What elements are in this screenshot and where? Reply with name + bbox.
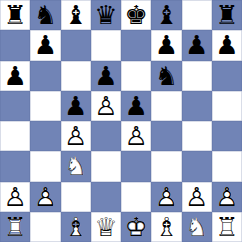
- square-g2[interactable]: ♟♙: [182, 182, 212, 212]
- piece-white-bishop-fill: ♝: [61, 212, 91, 242]
- square-c8[interactable]: ♝: [61, 0, 91, 30]
- square-b2[interactable]: ♟♙: [30, 182, 60, 212]
- square-e1[interactable]: ♚♔: [121, 212, 151, 242]
- square-d7[interactable]: [91, 30, 121, 60]
- square-h6[interactable]: [212, 61, 242, 91]
- square-f3[interactable]: [151, 151, 181, 181]
- piece-white-king: ♔: [121, 212, 151, 242]
- piece-white-rook: ♖: [212, 212, 242, 242]
- square-h4[interactable]: [212, 121, 242, 151]
- square-c1[interactable]: ♝♗: [61, 212, 91, 242]
- square-g5[interactable]: [182, 91, 212, 121]
- piece-white-pawn-fill: ♟: [182, 182, 212, 212]
- square-a1[interactable]: ♜♖: [0, 212, 30, 242]
- square-e2[interactable]: [121, 182, 151, 212]
- piece-white-knight-fill: ♞: [182, 212, 212, 242]
- piece-black-king: ♚: [121, 0, 151, 30]
- piece-white-pawn-fill: ♟: [91, 91, 121, 121]
- piece-black-rook: ♜: [212, 0, 242, 30]
- piece-white-pawn-fill: ♟: [30, 182, 60, 212]
- square-a7[interactable]: [0, 30, 30, 60]
- square-g8[interactable]: [182, 0, 212, 30]
- piece-white-queen-fill: ♛: [91, 212, 121, 242]
- square-d6[interactable]: ♟: [91, 61, 121, 91]
- square-c6[interactable]: [61, 61, 91, 91]
- square-e7[interactable]: [121, 30, 151, 60]
- piece-white-bishop: ♗: [61, 212, 91, 242]
- piece-white-pawn: ♙: [61, 121, 91, 151]
- square-e5[interactable]: ♟: [121, 91, 151, 121]
- piece-black-pawn: ♟: [91, 61, 121, 91]
- piece-black-pawn: ♟: [182, 30, 212, 60]
- piece-black-pawn: ♟: [61, 91, 91, 121]
- square-h8[interactable]: ♜: [212, 0, 242, 30]
- piece-black-pawn: ♟: [151, 30, 181, 60]
- piece-white-rook: ♖: [0, 212, 30, 242]
- square-c2[interactable]: [61, 182, 91, 212]
- piece-white-rook-fill: ♜: [0, 212, 30, 242]
- square-b3[interactable]: [30, 151, 60, 181]
- square-g4[interactable]: [182, 121, 212, 151]
- piece-white-pawn-fill: ♟: [121, 121, 151, 151]
- square-d1[interactable]: ♛♕: [91, 212, 121, 242]
- square-e6[interactable]: [121, 61, 151, 91]
- piece-white-pawn-fill: ♟: [151, 182, 181, 212]
- square-d2[interactable]: [91, 182, 121, 212]
- square-h2[interactable]: ♟♙: [212, 182, 242, 212]
- square-a5[interactable]: [0, 91, 30, 121]
- square-f4[interactable]: [151, 121, 181, 151]
- square-c7[interactable]: [61, 30, 91, 60]
- square-d3[interactable]: [91, 151, 121, 181]
- piece-white-knight: ♘: [61, 151, 91, 181]
- square-g6[interactable]: [182, 61, 212, 91]
- piece-white-pawn: ♙: [151, 182, 181, 212]
- square-h5[interactable]: [212, 91, 242, 121]
- square-f6[interactable]: ♞: [151, 61, 181, 91]
- square-b7[interactable]: ♟: [30, 30, 60, 60]
- square-b5[interactable]: [30, 91, 60, 121]
- square-f1[interactable]: ♝♗: [151, 212, 181, 242]
- square-g3[interactable]: [182, 151, 212, 181]
- square-f2[interactable]: ♟♙: [151, 182, 181, 212]
- square-d8[interactable]: ♛: [91, 0, 121, 30]
- square-g1[interactable]: ♞♘: [182, 212, 212, 242]
- square-e3[interactable]: [121, 151, 151, 181]
- piece-white-bishop-fill: ♝: [151, 212, 181, 242]
- piece-white-pawn: ♙: [91, 91, 121, 121]
- piece-black-rook: ♜: [0, 0, 30, 30]
- piece-black-pawn: ♟: [121, 91, 151, 121]
- piece-black-knight: ♞: [30, 0, 60, 30]
- square-a8[interactable]: ♜: [0, 0, 30, 30]
- square-f8[interactable]: ♝: [151, 0, 181, 30]
- piece-white-pawn-fill: ♟: [61, 121, 91, 151]
- square-b8[interactable]: ♞: [30, 0, 60, 30]
- piece-white-pawn: ♙: [30, 182, 60, 212]
- square-h1[interactable]: ♜♖: [212, 212, 242, 242]
- piece-white-king-fill: ♚: [121, 212, 151, 242]
- square-f7[interactable]: ♟: [151, 30, 181, 60]
- piece-black-queen: ♛: [91, 0, 121, 30]
- piece-white-knight-fill: ♞: [61, 151, 91, 181]
- square-e4[interactable]: ♟♙: [121, 121, 151, 151]
- piece-black-bishop: ♝: [61, 0, 91, 30]
- square-c4[interactable]: ♟♙: [61, 121, 91, 151]
- square-h3[interactable]: [212, 151, 242, 181]
- square-e8[interactable]: ♚: [121, 0, 151, 30]
- piece-white-pawn: ♙: [0, 182, 30, 212]
- square-a4[interactable]: [0, 121, 30, 151]
- piece-white-rook-fill: ♜: [212, 212, 242, 242]
- square-b6[interactable]: [30, 61, 60, 91]
- square-d5[interactable]: ♟♙: [91, 91, 121, 121]
- square-a6[interactable]: ♟: [0, 61, 30, 91]
- square-a3[interactable]: [0, 151, 30, 181]
- square-h7[interactable]: ♟: [212, 30, 242, 60]
- piece-white-knight: ♘: [182, 212, 212, 242]
- piece-white-pawn: ♙: [182, 182, 212, 212]
- square-c3[interactable]: ♞♘: [61, 151, 91, 181]
- piece-black-bishop: ♝: [151, 0, 181, 30]
- square-b4[interactable]: [30, 121, 60, 151]
- piece-black-knight: ♞: [151, 61, 181, 91]
- square-a2[interactable]: ♟♙: [0, 182, 30, 212]
- piece-white-pawn: ♙: [121, 121, 151, 151]
- piece-white-bishop: ♗: [151, 212, 181, 242]
- square-g7[interactable]: ♟: [182, 30, 212, 60]
- piece-white-pawn-fill: ♟: [0, 182, 30, 212]
- square-d4[interactable]: [91, 121, 121, 151]
- piece-black-pawn: ♟: [0, 61, 30, 91]
- square-c5[interactable]: ♟: [61, 91, 91, 121]
- square-b1[interactable]: [30, 212, 60, 242]
- piece-white-pawn-fill: ♟: [212, 182, 242, 212]
- square-f5[interactable]: [151, 91, 181, 121]
- piece-white-queen: ♕: [91, 212, 121, 242]
- piece-black-pawn: ♟: [212, 30, 242, 60]
- chess-board: ♜♞♝♛♚♝♜♟♟♟♟♟♟♞♟♟♙♟♟♙♟♙♞♘♟♙♟♙♟♙♟♙♟♙♜♖♝♗♛♕…: [0, 0, 242, 242]
- piece-white-pawn: ♙: [212, 182, 242, 212]
- piece-black-pawn: ♟: [30, 30, 60, 60]
